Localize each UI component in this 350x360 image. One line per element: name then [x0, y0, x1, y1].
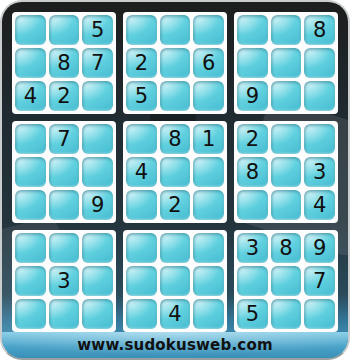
cell-r6c3[interactable]: 9 — [82, 190, 113, 220]
cell-r4c3[interactable] — [82, 124, 113, 154]
cell-r2c7[interactable] — [237, 48, 268, 78]
cell-r1c3[interactable]: 5 — [82, 15, 113, 45]
cell-r8c2[interactable]: 3 — [49, 266, 80, 296]
cell-r6c4[interactable] — [126, 190, 157, 220]
cell-r8c4[interactable] — [126, 266, 157, 296]
cell-r8c5[interactable] — [160, 266, 191, 296]
cell-r5c7[interactable]: 8 — [237, 157, 268, 187]
footer-bar: www.sudokusweb.com — [2, 332, 348, 358]
cell-r5c9[interactable]: 3 — [304, 157, 335, 187]
cell-r9c1[interactable] — [15, 299, 46, 329]
cell-r1c2[interactable] — [49, 15, 80, 45]
box-1-3: 89 — [234, 12, 338, 114]
cell-r1c9[interactable]: 8 — [304, 15, 335, 45]
cell-r6c7[interactable] — [237, 190, 268, 220]
cell-r8c7[interactable] — [237, 266, 268, 296]
cell-r3c3[interactable] — [82, 81, 113, 111]
cell-r7c5[interactable] — [160, 233, 191, 263]
cell-r8c1[interactable] — [15, 266, 46, 296]
cell-r4c8[interactable] — [271, 124, 302, 154]
cell-r6c5[interactable]: 2 — [160, 190, 191, 220]
cell-r5c1[interactable] — [15, 157, 46, 187]
cell-r2c2[interactable]: 8 — [49, 48, 80, 78]
cell-r9c3[interactable] — [82, 299, 113, 329]
cell-r4c4[interactable] — [126, 124, 157, 154]
cell-r8c6[interactable] — [193, 266, 224, 296]
cell-r4c7[interactable]: 2 — [237, 124, 268, 154]
cell-r9c9[interactable] — [304, 299, 335, 329]
cell-r2c9[interactable] — [304, 48, 335, 78]
box-3-2: 4 — [123, 230, 227, 332]
cell-r3c6[interactable] — [193, 81, 224, 111]
cell-r4c9[interactable] — [304, 124, 335, 154]
cell-r6c8[interactable] — [271, 190, 302, 220]
cell-r1c6[interactable] — [193, 15, 224, 45]
box-3-1: 3 — [12, 230, 116, 332]
sudoku-page: 587422658979814228343438975 www.sudokusw… — [0, 0, 350, 360]
cell-r7c3[interactable] — [82, 233, 113, 263]
cell-r1c5[interactable] — [160, 15, 191, 45]
cell-r9c7[interactable]: 5 — [237, 299, 268, 329]
cell-r3c8[interactable] — [271, 81, 302, 111]
cell-r1c1[interactable] — [15, 15, 46, 45]
cell-r5c8[interactable] — [271, 157, 302, 187]
cell-r9c2[interactable] — [49, 299, 80, 329]
cell-r7c9[interactable]: 9 — [304, 233, 335, 263]
cell-r7c2[interactable] — [49, 233, 80, 263]
cell-r5c2[interactable] — [49, 157, 80, 187]
cell-r1c8[interactable] — [271, 15, 302, 45]
cell-r9c8[interactable] — [271, 299, 302, 329]
cell-r2c4[interactable]: 2 — [126, 48, 157, 78]
cell-r6c9[interactable]: 4 — [304, 190, 335, 220]
cell-r5c5[interactable] — [160, 157, 191, 187]
cell-r6c6[interactable] — [193, 190, 224, 220]
box-3-3: 38975 — [234, 230, 338, 332]
cell-r8c3[interactable] — [82, 266, 113, 296]
cell-r5c6[interactable] — [193, 157, 224, 187]
box-2-1: 79 — [12, 121, 116, 223]
cell-r9c6[interactable] — [193, 299, 224, 329]
cell-r4c6[interactable]: 1 — [193, 124, 224, 154]
cell-r8c9[interactable]: 7 — [304, 266, 335, 296]
website-link[interactable]: www.sudokusweb.com — [77, 336, 272, 354]
cell-r5c4[interactable]: 4 — [126, 157, 157, 187]
cell-r7c1[interactable] — [15, 233, 46, 263]
cell-r8c8[interactable] — [271, 266, 302, 296]
cell-r2c1[interactable] — [15, 48, 46, 78]
cell-r3c4[interactable]: 5 — [126, 81, 157, 111]
cell-r9c5[interactable]: 4 — [160, 299, 191, 329]
cell-r4c5[interactable]: 8 — [160, 124, 191, 154]
cell-r2c5[interactable] — [160, 48, 191, 78]
cell-r7c6[interactable] — [193, 233, 224, 263]
cell-r3c1[interactable]: 4 — [15, 81, 46, 111]
box-1-2: 265 — [123, 12, 227, 114]
cell-r6c2[interactable] — [49, 190, 80, 220]
board-frame: 587422658979814228343438975 www.sudokusw… — [0, 0, 350, 360]
cell-r3c7[interactable]: 9 — [237, 81, 268, 111]
cell-r3c2[interactable]: 2 — [49, 81, 80, 111]
cell-r9c4[interactable] — [126, 299, 157, 329]
sudoku-board: 587422658979814228343438975 — [12, 12, 338, 332]
cell-r7c4[interactable] — [126, 233, 157, 263]
cell-r3c5[interactable] — [160, 81, 191, 111]
cell-r2c3[interactable]: 7 — [82, 48, 113, 78]
cell-r5c3[interactable] — [82, 157, 113, 187]
cell-r4c2[interactable]: 7 — [49, 124, 80, 154]
cell-r2c6[interactable]: 6 — [193, 48, 224, 78]
cell-r7c8[interactable]: 8 — [271, 233, 302, 263]
box-1-1: 58742 — [12, 12, 116, 114]
box-2-2: 8142 — [123, 121, 227, 223]
cell-r4c1[interactable] — [15, 124, 46, 154]
cell-r7c7[interactable]: 3 — [237, 233, 268, 263]
cell-r1c4[interactable] — [126, 15, 157, 45]
cell-r3c9[interactable] — [304, 81, 335, 111]
cell-r6c1[interactable] — [15, 190, 46, 220]
box-2-3: 2834 — [234, 121, 338, 223]
cell-r1c7[interactable] — [237, 15, 268, 45]
cell-r2c8[interactable] — [271, 48, 302, 78]
